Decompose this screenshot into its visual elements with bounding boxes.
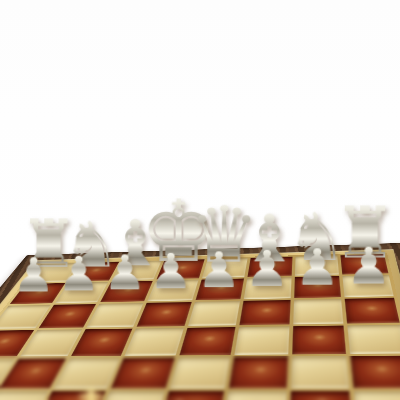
square-e6[interactable] (187, 301, 240, 326)
square-d7[interactable]: ♟ (147, 279, 198, 301)
chess-set-photo: ♜♞♝♚♛♝♞♜♟♟♟♟♟♟♟♟♟♟♟♟♟♟♟♟♜♞♝♚♛♝♞♜ (0, 0, 400, 400)
piece-silver-pawn-a7[interactable]: ♟ (13, 252, 55, 299)
square-f4[interactable] (229, 356, 288, 388)
square-h5[interactable] (348, 325, 400, 354)
square-h6[interactable] (345, 298, 400, 323)
square-h7[interactable]: ♟ (343, 275, 394, 298)
square-g6[interactable] (293, 299, 344, 324)
square-f7[interactable]: ♟ (244, 277, 291, 299)
square-d5[interactable] (125, 328, 184, 356)
square-d6[interactable] (137, 302, 192, 327)
chess-board-frame: ♜♞♝♚♛♝♞♜♟♟♟♟♟♟♟♟♟♟♟♟♟♟♟♟♜♞♝♚♛♝♞♜ (0, 243, 400, 400)
square-g5[interactable] (292, 325, 347, 354)
piece-silver-pawn-b7[interactable]: ♟ (57, 251, 100, 299)
piece-silver-pawn-f7[interactable]: ♟ (245, 244, 290, 294)
piece-silver-pawn-c7[interactable]: ♟ (103, 249, 146, 297)
square-g7[interactable]: ♟ (294, 276, 342, 298)
square-g4[interactable] (291, 356, 350, 389)
square-e7[interactable]: ♟ (195, 278, 244, 300)
square-f5[interactable] (235, 326, 289, 354)
square-c7[interactable]: ♟ (100, 281, 152, 303)
piece-silver-pawn-e7[interactable]: ♟ (197, 246, 241, 295)
chess-board: ♜♞♝♚♛♝♞♜♟♟♟♟♟♟♟♟♟♟♟♟♟♟♟♟♜♞♝♚♛♝♞♜ (0, 253, 400, 400)
square-e5[interactable] (179, 327, 236, 355)
square-h4[interactable] (351, 355, 400, 388)
square-a6[interactable] (0, 305, 50, 329)
piece-silver-pawn-h7[interactable]: ♟ (346, 241, 392, 292)
piece-silver-pawn-d7[interactable]: ♟ (149, 247, 193, 296)
piece-silver-pawn-g7[interactable]: ♟ (295, 243, 340, 293)
